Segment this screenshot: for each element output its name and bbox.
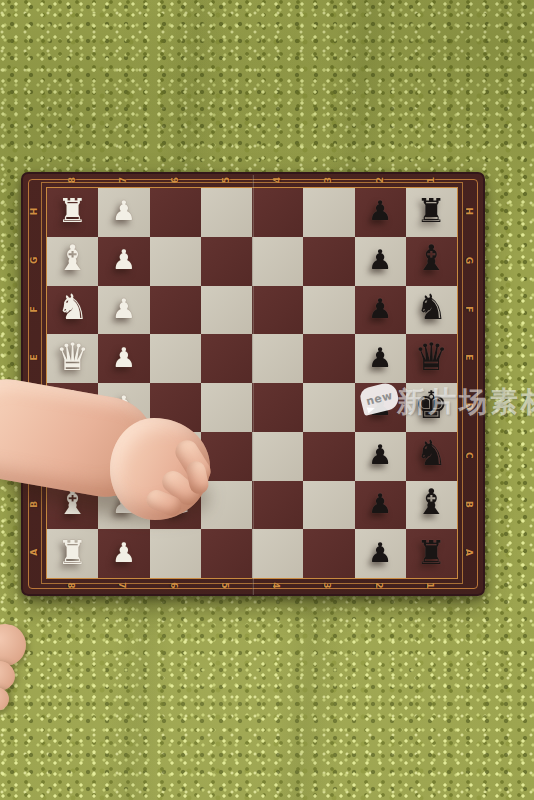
square-d4[interactable] [252, 383, 303, 432]
square-h4[interactable] [252, 188, 303, 237]
piece-black-knight-f1[interactable]: ♞ [416, 290, 447, 325]
piece-black-bishop-b1[interactable]: ♝ [416, 485, 447, 520]
square-f5[interactable] [201, 286, 252, 335]
square-c5[interactable] [201, 432, 252, 481]
square-a4[interactable] [252, 529, 303, 578]
square-g3[interactable] [303, 237, 354, 286]
piece-black-rook-a1[interactable]: ♜ [417, 535, 447, 568]
square-a3[interactable] [303, 529, 354, 578]
piece-black-pawn-g2[interactable]: ♟ [368, 246, 392, 273]
piece-black-pawn-h2[interactable]: ♟ [368, 197, 392, 224]
piece-black-pawn-c2[interactable]: ♟ [368, 441, 392, 468]
rank-labels-bottom: 87654321 [46, 578, 456, 593]
square-a6[interactable] [150, 529, 201, 578]
square-d3[interactable] [303, 383, 354, 432]
square-g6[interactable] [150, 237, 201, 286]
watermark-text: 新片场素材 [397, 383, 534, 421]
piece-black-pawn-f2[interactable]: ♟ [368, 295, 392, 322]
piece-white-pawn-e7[interactable]: ♟ [112, 344, 136, 371]
piece-black-rook-h1[interactable]: ♜ [417, 194, 447, 227]
square-e3[interactable] [303, 334, 354, 383]
square-h6[interactable] [150, 188, 201, 237]
piece-white-queen-e8[interactable]: ♛ [56, 337, 90, 375]
piece-white-pawn-h7[interactable]: ♟ [112, 197, 136, 224]
piece-black-pawn-e2[interactable]: ♟ [368, 344, 392, 371]
square-c3[interactable] [303, 432, 354, 481]
square-c6[interactable] [150, 432, 201, 481]
piece-black-pawn-b2[interactable]: ♟ [368, 490, 392, 517]
square-e4[interactable] [252, 334, 303, 383]
piece-white-knight-f8[interactable]: ♞ [57, 290, 88, 325]
piece-white-bishop-g8[interactable]: ♝ [57, 242, 88, 277]
file-labels-left: HGFEDCBA [26, 187, 43, 577]
square-b5[interactable] [201, 481, 252, 530]
square-c4[interactable] [252, 432, 303, 481]
piece-white-bishop-b8[interactable]: ♝ [57, 485, 88, 520]
piece-black-pawn-a2[interactable]: ♟ [368, 539, 392, 566]
square-f3[interactable] [303, 286, 354, 335]
piece-black-knight-c1[interactable]: ♞ [416, 437, 447, 472]
square-d6[interactable] [150, 383, 201, 432]
piece-white-pawn-b7[interactable]: ♟ [112, 490, 136, 517]
piece-white-rook-a8[interactable]: ♜ [58, 535, 88, 568]
square-g5[interactable] [201, 237, 252, 286]
square-e6[interactable] [150, 334, 201, 383]
file-labels-right: HGFEDCBA [460, 187, 478, 577]
square-h5[interactable] [201, 188, 252, 237]
square-e5[interactable] [201, 334, 252, 383]
square-f6[interactable] [150, 286, 201, 335]
square-h3[interactable] [303, 188, 354, 237]
square-f4[interactable] [252, 286, 303, 335]
square-g4[interactable] [252, 237, 303, 286]
piece-white-pawn-a7[interactable]: ♟ [112, 539, 136, 566]
square-d5[interactable] [201, 383, 252, 432]
piece-white-rook-h8[interactable]: ♜ [58, 194, 88, 227]
square-b4[interactable] [252, 481, 303, 530]
piece-white-pawn-f7[interactable]: ♟ [112, 295, 136, 322]
square-b3[interactable] [303, 481, 354, 530]
piece-white-pawn-c7[interactable]: ♟ [112, 441, 136, 468]
rank-labels-top: 87654321 [46, 174, 456, 186]
square-a5[interactable] [201, 529, 252, 578]
piece-white-king-d8[interactable]: ♚ [56, 386, 90, 424]
piece-black-queen-e1[interactable]: ♛ [414, 337, 448, 375]
square-c8[interactable] [47, 432, 98, 481]
piece-white-pawn-d7[interactable]: ♟ [112, 392, 136, 419]
piece-black-bishop-g1[interactable]: ♝ [416, 242, 447, 277]
piece-white-pawn-g7[interactable]: ♟ [112, 246, 136, 273]
